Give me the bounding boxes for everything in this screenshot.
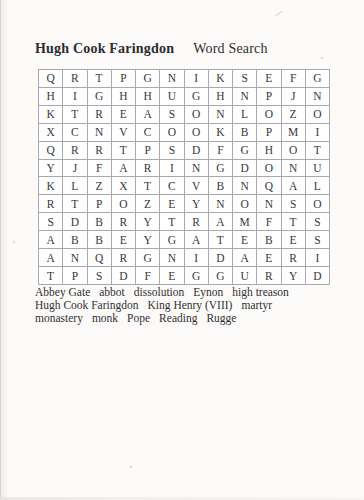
grid-cell: I: [63, 88, 87, 106]
grid-cell: K: [209, 70, 233, 88]
grid-cell: T: [39, 267, 63, 285]
title-main: Hugh Cook Faringdon: [35, 41, 174, 56]
grid-cell: R: [63, 142, 87, 160]
grid-cell: B: [88, 231, 112, 249]
grid-cell: T: [88, 70, 112, 88]
grid-cell: S: [233, 70, 257, 88]
grid-cell: P: [136, 142, 160, 160]
grid-cell: Q: [88, 249, 112, 267]
scan-speck: [13, 241, 15, 243]
grid-cell: E: [160, 267, 184, 285]
grid-cell: P: [257, 88, 281, 106]
grid-cell: I: [306, 249, 330, 267]
grid-cell: E: [160, 195, 184, 213]
grid-cell: A: [185, 231, 209, 249]
grid-cell: N: [257, 195, 281, 213]
grid-cell: K: [39, 177, 63, 195]
grid-cell: H: [112, 88, 136, 106]
grid-cell: N: [63, 249, 87, 267]
grid-cell: O: [112, 195, 136, 213]
grid-cell: B: [63, 231, 87, 249]
grid-cell: M: [282, 124, 306, 142]
grid-cell: N: [306, 88, 330, 106]
grid-cell: R: [112, 249, 136, 267]
word-search-grid: QRTPGNIKSEFGHIGHHUGHNPJNKTREASONLOZOXCNV…: [38, 69, 330, 285]
grid-cell: E: [112, 231, 136, 249]
grid-cell: Z: [136, 195, 160, 213]
grid-cell: D: [63, 213, 87, 231]
grid-cell: T: [112, 142, 136, 160]
grid-cell: D: [209, 249, 233, 267]
word-list-line: Abbey GateabbotdissolutionEynonhigh trea…: [35, 286, 320, 299]
grid-cell: Y: [136, 231, 160, 249]
grid-cell: N: [160, 249, 184, 267]
word-list: Abbey GateabbotdissolutionEynonhigh trea…: [35, 286, 320, 326]
grid-cell: T: [63, 195, 87, 213]
grid-cell: G: [209, 160, 233, 178]
grid-cell: Q: [39, 70, 63, 88]
grid-cell: E: [112, 106, 136, 124]
word-entry: high treason: [232, 286, 289, 298]
grid-cell: J: [63, 160, 87, 178]
grid-cell: T: [306, 142, 330, 160]
grid-cell: N: [160, 70, 184, 88]
grid-cell: G: [160, 231, 184, 249]
word-entry: Eynon: [193, 286, 223, 298]
grid-cell: O: [257, 160, 281, 178]
grid-cell: A: [112, 160, 136, 178]
grid-cell: I: [185, 70, 209, 88]
grid-cell: X: [39, 124, 63, 142]
grid-cell: K: [39, 106, 63, 124]
grid-cell: B: [257, 231, 281, 249]
word-entry: Abbey Gate: [35, 286, 90, 298]
grid-cell: P: [88, 195, 112, 213]
grid-cell: K: [209, 124, 233, 142]
grid-cell: O: [185, 124, 209, 142]
grid-cell: R: [257, 267, 281, 285]
grid-cell: E: [257, 70, 281, 88]
grid-cell: P: [63, 267, 87, 285]
word-list-line: monasterymonkPopeReadingRugge: [35, 312, 320, 325]
word-entry: monastery: [35, 312, 83, 324]
grid-cell: A: [136, 106, 160, 124]
word-entry: Hugh Cook Faringdon: [35, 299, 139, 311]
grid-cell: N: [233, 88, 257, 106]
grid-cell: T: [282, 213, 306, 231]
grid-cell: E: [233, 231, 257, 249]
grid-cell: C: [160, 177, 184, 195]
grid-cell: R: [39, 195, 63, 213]
title-sub: Word Search: [193, 41, 268, 56]
grid-cell: Y: [282, 267, 306, 285]
word-entry: Pope: [127, 312, 150, 324]
grid-cell: Y: [39, 160, 63, 178]
grid-cell: G: [136, 249, 160, 267]
grid-cell: I: [160, 160, 184, 178]
grid-cell: L: [233, 106, 257, 124]
grid-cell: T: [136, 177, 160, 195]
grid-cell: B: [88, 213, 112, 231]
grid-cell: Y: [185, 195, 209, 213]
grid-cell: A: [39, 249, 63, 267]
grid-cell: R: [282, 249, 306, 267]
scan-speck: [321, 57, 323, 59]
grid-cell: X: [112, 177, 136, 195]
grid-cell: H: [209, 88, 233, 106]
grid-cell: R: [88, 142, 112, 160]
grid-cell: F: [257, 213, 281, 231]
grid-cell: D: [233, 160, 257, 178]
word-entry: Rugge: [206, 312, 236, 324]
grid-cell: D: [306, 267, 330, 285]
grid-cell: F: [282, 70, 306, 88]
grid-cell: N: [209, 195, 233, 213]
grid-cell: F: [209, 142, 233, 160]
grid-cell: H: [39, 88, 63, 106]
grid-cell: S: [160, 142, 184, 160]
grid-cell: Q: [257, 177, 281, 195]
grid-cell: R: [185, 213, 209, 231]
grid-cell: O: [306, 195, 330, 213]
grid-cell: A: [209, 213, 233, 231]
word-entry: monk: [92, 312, 118, 324]
grid-cell: G: [306, 70, 330, 88]
grid-cell: T: [209, 231, 233, 249]
grid-cell: Q: [39, 142, 63, 160]
grid-cell: J: [282, 88, 306, 106]
grid-cell: L: [63, 177, 87, 195]
grid-cell: A: [233, 249, 257, 267]
grid-cell: B: [233, 124, 257, 142]
grid-cell: G: [88, 88, 112, 106]
grid-cell: F: [136, 267, 160, 285]
page-title: Hugh Cook FaringdonWord Search: [35, 41, 335, 57]
grid-cell: R: [136, 160, 160, 178]
grid-cell: P: [257, 124, 281, 142]
grid-cell: N: [88, 124, 112, 142]
grid-cell: C: [136, 124, 160, 142]
grid-cell: U: [233, 267, 257, 285]
grid-cell: D: [112, 267, 136, 285]
grid-cell: Z: [282, 106, 306, 124]
word-entry: King Henry (VIII): [148, 299, 233, 311]
word-entry: dissolution: [134, 286, 184, 298]
pen-mark: [275, 11, 283, 16]
word-entry: abbot: [99, 286, 125, 298]
grid-cell: N: [209, 106, 233, 124]
scanned-page: Hugh Cook FaringdonWord Search QRTPGNIKS…: [0, 0, 364, 500]
grid-cell: O: [306, 106, 330, 124]
grid-cell: L: [306, 177, 330, 195]
grid-cell: S: [306, 231, 330, 249]
grid-cell: T: [160, 213, 184, 231]
grid-cell: S: [39, 213, 63, 231]
grid-cell: R: [63, 70, 87, 88]
grid-cell: G: [136, 70, 160, 88]
word-entry: Reading: [159, 312, 197, 324]
grid-cell: P: [112, 70, 136, 88]
grid-cell: G: [233, 142, 257, 160]
grid-cell: O: [282, 142, 306, 160]
word-entry: martyr: [241, 299, 272, 311]
grid-cell: Z: [88, 177, 112, 195]
grid-cell: S: [88, 267, 112, 285]
grid-cell: Y: [136, 213, 160, 231]
grid-cell: S: [282, 195, 306, 213]
grid-cell: H: [136, 88, 160, 106]
scan-speck: [130, 466, 132, 468]
grid-cell: S: [160, 106, 184, 124]
grid-cell: D: [185, 142, 209, 160]
grid-cell: N: [185, 160, 209, 178]
grid-cell: I: [185, 249, 209, 267]
grid-cell: O: [233, 195, 257, 213]
scan-left-edge: [0, 0, 9, 500]
grid-cell: U: [160, 88, 184, 106]
word-list-line: Hugh Cook FaringdonKing Henry (VIII)mart…: [35, 299, 320, 312]
grid-cell: T: [63, 106, 87, 124]
grid-cell: H: [257, 142, 281, 160]
grid-cell: O: [257, 106, 281, 124]
grid-cell: F: [88, 160, 112, 178]
grid-cell: N: [282, 160, 306, 178]
grid-cell: A: [39, 231, 63, 249]
grid-cell: G: [209, 267, 233, 285]
grid-cell: V: [185, 177, 209, 195]
grid-cell: G: [185, 267, 209, 285]
grid-cell: O: [160, 124, 184, 142]
grid-cell: E: [257, 249, 281, 267]
grid-cell: N: [233, 177, 257, 195]
grid-cell: U: [306, 160, 330, 178]
grid-cell: V: [112, 124, 136, 142]
grid-cell: R: [88, 106, 112, 124]
grid-cell: S: [306, 213, 330, 231]
grid-cell: E: [282, 231, 306, 249]
grid-cell: C: [63, 124, 87, 142]
grid-cell: O: [185, 106, 209, 124]
grid-cell: I: [306, 124, 330, 142]
grid-cell: B: [209, 177, 233, 195]
grid-cell: G: [185, 88, 209, 106]
grid-cell: A: [282, 177, 306, 195]
grid-cell: R: [112, 213, 136, 231]
grid-cell: M: [233, 213, 257, 231]
